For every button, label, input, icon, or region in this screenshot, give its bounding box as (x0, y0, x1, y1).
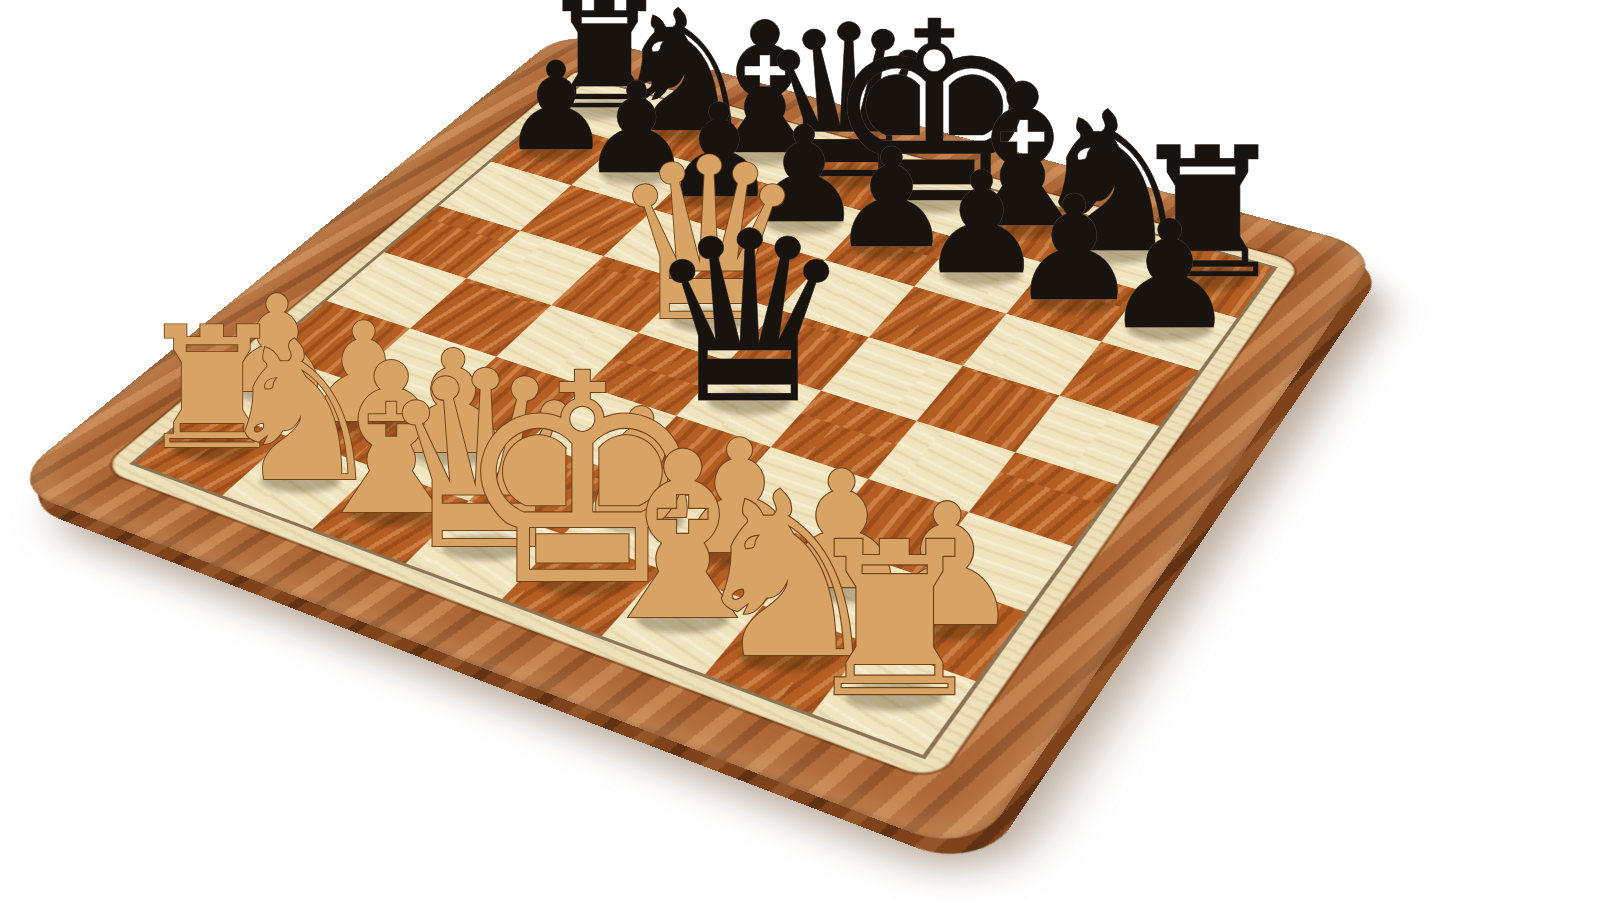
photo-canvas: ♜♞♟♝♟♛♟♚♟♝♟♞♟♜♟♛♟♟♛♟♜♟♞♝♟♛♟♚♟♝♟♞♜ (0, 0, 1600, 900)
black-pawn-h7[interactable]: ♟ (1103, 188, 1237, 362)
white-rook-h1[interactable]: ♜ (799, 497, 989, 744)
